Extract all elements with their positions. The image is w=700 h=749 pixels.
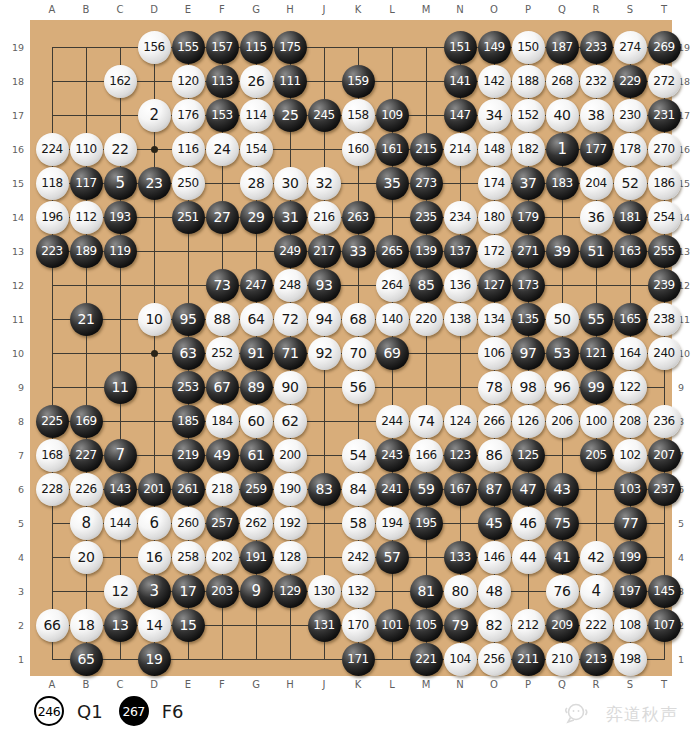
point-Q19: 187: [545, 30, 579, 64]
point-H4: 128: [273, 540, 307, 574]
point-L14: [375, 200, 409, 234]
point-C8: [103, 404, 137, 438]
point-P13: 271: [511, 234, 545, 268]
stone-black-165-S11: 165: [614, 303, 647, 336]
stone-black-147-N17: 147: [444, 99, 477, 132]
stone-black-127-O12: 127: [478, 269, 511, 302]
point-F7: 49: [205, 438, 239, 472]
point-C15: 5: [103, 166, 137, 200]
point-L9: [375, 370, 409, 404]
stone-white-230-S17: 230: [614, 99, 647, 132]
point-K5: 58: [341, 506, 375, 540]
stone-white-74-M8: 74: [410, 405, 443, 438]
col-label-E: E: [171, 4, 205, 15]
point-C13: 119: [103, 234, 137, 268]
hoshi-D16: [151, 146, 158, 153]
stone-white-216-J14: 216: [308, 201, 341, 234]
point-P1: 211: [511, 642, 545, 676]
point-S13: 163: [613, 234, 647, 268]
point-F12: 73: [205, 268, 239, 302]
point-K12: [341, 268, 375, 302]
stone-white-250-E15: 250: [172, 167, 205, 200]
stone-black-137-N13: 137: [444, 235, 477, 268]
stone-black-199-S4: 199: [614, 541, 647, 574]
stone-black-21-B11: 21: [70, 303, 103, 336]
point-T11: 238: [647, 302, 681, 336]
point-M17: [409, 98, 443, 132]
stone-black-153-F17: 153: [206, 99, 239, 132]
point-D13: [137, 234, 171, 268]
point-M5: 195: [409, 506, 443, 540]
stone-black-9-G3: 9: [240, 575, 273, 608]
col-label-F: F: [205, 679, 239, 690]
stone-black-119-C13: 119: [104, 235, 137, 268]
point-M9: [409, 370, 443, 404]
hoshi-D10: [151, 350, 158, 357]
point-A9: [35, 370, 69, 404]
point-C2: 13: [103, 608, 137, 642]
point-Q10: 53: [545, 336, 579, 370]
stone-black-211-P1: 211: [512, 643, 545, 676]
annotation-246: 246Q1: [34, 696, 103, 726]
point-H11: 72: [273, 302, 307, 336]
point-O16: 148: [477, 132, 511, 166]
col-label-S: S: [613, 4, 647, 15]
stone-black-15-E2: 15: [172, 609, 205, 642]
stone-black-83-J6: 83: [308, 473, 341, 506]
stone-white-2-D17: 2: [138, 99, 171, 132]
stone-black-201-D6: 201: [138, 473, 171, 506]
point-G15: 28: [239, 166, 273, 200]
point-T9: [647, 370, 681, 404]
point-J14: 216: [307, 200, 341, 234]
col-label-H: H: [273, 679, 307, 690]
point-M15: 273: [409, 166, 443, 200]
stone-white-64-G11: 64: [240, 303, 273, 336]
stone-black-157-F19: 157: [206, 31, 239, 64]
stone-black-53-Q10: 53: [546, 337, 579, 370]
point-H8: 62: [273, 404, 307, 438]
stone-black-181-S14: 181: [614, 201, 647, 234]
point-L11: 140: [375, 302, 409, 336]
point-N15: [443, 166, 477, 200]
stone-white-36-R14: 36: [580, 201, 613, 234]
point-E10: 63: [171, 336, 205, 370]
row-label-2: 2: [6, 608, 26, 642]
stone-white-10-D11: 10: [138, 303, 171, 336]
point-H12: 248: [273, 268, 307, 302]
point-D9: [137, 370, 171, 404]
stone-black-107-T2: 107: [648, 609, 681, 642]
point-O5: 45: [477, 506, 511, 540]
point-D14: [137, 200, 171, 234]
stone-white-110-B16: 110: [70, 133, 103, 166]
point-K8: [341, 404, 375, 438]
stone-white-28-G15: 28: [240, 167, 273, 200]
point-R13: 51: [579, 234, 613, 268]
point-R1: 213: [579, 642, 613, 676]
row-label-8: 8: [6, 404, 26, 438]
point-J4: [307, 540, 341, 574]
point-K9: 56: [341, 370, 375, 404]
col-label-E: E: [171, 679, 205, 690]
point-P3: [511, 574, 545, 608]
point-K1: 171: [341, 642, 375, 676]
point-O15: 174: [477, 166, 511, 200]
stone-white-58-K5: 58: [342, 507, 375, 540]
point-J1: [307, 642, 341, 676]
stone-white-68-K11: 68: [342, 303, 375, 336]
point-N12: 136: [443, 268, 477, 302]
point-N13: 137: [443, 234, 477, 268]
stone-black-33-K13: 33: [342, 235, 375, 268]
stone-black-177-R16: 177: [580, 133, 613, 166]
stone-black-135-P11: 135: [512, 303, 545, 336]
point-E18: 120: [171, 64, 205, 98]
row-label-5: 5: [6, 506, 26, 540]
point-T7: 207: [647, 438, 681, 472]
point-F5: 257: [205, 506, 239, 540]
col-label-G: G: [239, 4, 273, 15]
point-F6: 218: [205, 472, 239, 506]
point-O7: 86: [477, 438, 511, 472]
point-Q15: 183: [545, 166, 579, 200]
col-label-M: M: [409, 4, 443, 15]
stone-white-178-S16: 178: [614, 133, 647, 166]
point-C17: [103, 98, 137, 132]
point-B10: [69, 336, 103, 370]
stone-white-138-N11: 138: [444, 303, 477, 336]
point-Q13: 39: [545, 234, 579, 268]
stone-black-257-F5: 257: [206, 507, 239, 540]
stone-black-5-C15: 5: [104, 167, 137, 200]
point-F8: 184: [205, 404, 239, 438]
point-N9: [443, 370, 477, 404]
stone-white-54-K7: 54: [342, 439, 375, 472]
point-T3: 145: [647, 574, 681, 608]
row-label-18: 18: [6, 64, 26, 98]
point-E17: 176: [171, 98, 205, 132]
point-F13: [205, 234, 239, 268]
point-N14: 234: [443, 200, 477, 234]
point-G5: 262: [239, 506, 273, 540]
point-O13: 172: [477, 234, 511, 268]
stone-black-131-J2: 131: [308, 609, 341, 642]
stone-black-273-M15: 273: [410, 167, 443, 200]
point-A16: 224: [35, 132, 69, 166]
point-E5: 260: [171, 506, 205, 540]
point-K11: 68: [341, 302, 375, 336]
stone-white-66-A2: 66: [36, 609, 69, 642]
stone-white-198-S1: 198: [614, 643, 647, 676]
point-D2: 14: [137, 608, 171, 642]
point-L19: [375, 30, 409, 64]
point-A13: 223: [35, 234, 69, 268]
point-E9: 253: [171, 370, 205, 404]
row-label-13: 13: [6, 234, 26, 268]
point-P6: 47: [511, 472, 545, 506]
point-O12: 127: [477, 268, 511, 302]
stone-black-87-O6: 87: [478, 473, 511, 506]
point-R16: 177: [579, 132, 613, 166]
point-B2: 18: [69, 608, 103, 642]
stone-black-111-H18: 111: [274, 65, 307, 98]
stone-black-63-E10: 63: [172, 337, 205, 370]
point-F14: 27: [205, 200, 239, 234]
point-G18: 26: [239, 64, 273, 98]
stone-black-81-M3: 81: [410, 575, 443, 608]
stone-black-43-Q6: 43: [546, 473, 579, 506]
stone-black-187-Q19: 187: [546, 31, 579, 64]
point-Q3: 76: [545, 574, 579, 608]
stone-black-37-P15: 37: [512, 167, 545, 200]
point-E1: [171, 642, 205, 676]
point-A18: [35, 64, 69, 98]
row-label-6: 6: [6, 472, 26, 506]
point-S14: 181: [613, 200, 647, 234]
stone-white-16-D4: 16: [138, 541, 171, 574]
stone-white-34-O17: 34: [478, 99, 511, 132]
point-D10: [137, 336, 171, 370]
stone-black-213-R1: 213: [580, 643, 613, 676]
stone-white-208-S8: 208: [614, 405, 647, 438]
col-label-B: B: [69, 679, 103, 690]
col-label-H: H: [273, 4, 307, 15]
stone-white-18-B2: 18: [70, 609, 103, 642]
point-L15: 35: [375, 166, 409, 200]
stone-white-42-R4: 42: [580, 541, 613, 574]
stone-white-146-O4: 146: [478, 541, 511, 574]
stone-black-69-L10: 69: [376, 337, 409, 370]
point-S3: 197: [613, 574, 647, 608]
point-S12: [613, 268, 647, 302]
stone-white-102-S7: 102: [614, 439, 647, 472]
stone-white-154-G16: 154: [240, 133, 273, 166]
stone-white-268-Q18: 268: [546, 65, 579, 98]
stone-white-44-P4: 44: [512, 541, 545, 574]
point-R15: 204: [579, 166, 613, 200]
point-C19: [103, 30, 137, 64]
stone-black-247-G12: 247: [240, 269, 273, 302]
point-M2: 105: [409, 608, 443, 642]
row-label-17: 17: [6, 98, 26, 132]
point-T5: [647, 506, 681, 540]
point-D8: [137, 404, 171, 438]
point-C16: 22: [103, 132, 137, 166]
point-M11: 220: [409, 302, 443, 336]
point-N10: [443, 336, 477, 370]
stone-black-125-P7: 125: [512, 439, 545, 472]
stone-black-189-B13: 189: [70, 235, 103, 268]
point-T14: 254: [647, 200, 681, 234]
point-Q17: 40: [545, 98, 579, 132]
stone-black-219-E7: 219: [172, 439, 205, 472]
stone-white-224-A16: 224: [36, 133, 69, 166]
annotation-267: 267F6: [119, 696, 184, 726]
point-K15: [341, 166, 375, 200]
point-J13: 217: [307, 234, 341, 268]
stone-white-236-T8: 236: [648, 405, 681, 438]
point-A1: [35, 642, 69, 676]
col-label-T: T: [647, 4, 681, 15]
stone-black-185-E8: 185: [172, 405, 205, 438]
point-M13: 139: [409, 234, 443, 268]
stone-white-130-J3: 130: [308, 575, 341, 608]
point-K17: 158: [341, 98, 375, 132]
point-P12: 173: [511, 268, 545, 302]
point-P11: 135: [511, 302, 545, 336]
col-label-K: K: [341, 679, 375, 690]
stone-white-26-G18: 26: [240, 65, 273, 98]
stone-white-112-B14: 112: [70, 201, 103, 234]
point-S7: 102: [613, 438, 647, 472]
stone-black-113-F18: 113: [206, 65, 239, 98]
point-P17: 152: [511, 98, 545, 132]
point-G10: 91: [239, 336, 273, 370]
point-H16: [273, 132, 307, 166]
point-K18: 159: [341, 64, 375, 98]
point-H14: 31: [273, 200, 307, 234]
point-F18: 113: [205, 64, 239, 98]
point-R12: [579, 268, 613, 302]
point-M3: 81: [409, 574, 443, 608]
point-J18: [307, 64, 341, 98]
stone-white-82-O2: 82: [478, 609, 511, 642]
point-J5: [307, 506, 341, 540]
point-O3: 48: [477, 574, 511, 608]
point-E4: 258: [171, 540, 205, 574]
point-L8: 244: [375, 404, 409, 438]
stone-white-188-P18: 188: [512, 65, 545, 98]
stone-white-144-C5: 144: [104, 507, 137, 540]
stone-black-173-P12: 173: [512, 269, 545, 302]
stone-black-243-L7: 243: [376, 439, 409, 472]
point-E6: 261: [171, 472, 205, 506]
stone-white-96-Q9: 96: [546, 371, 579, 404]
col-label-N: N: [443, 4, 477, 15]
stone-white-40-Q17: 40: [546, 99, 579, 132]
point-G6: 259: [239, 472, 273, 506]
col-label-J: J: [307, 4, 341, 15]
point-J17: 245: [307, 98, 341, 132]
stone-white-60-G8: 60: [240, 405, 273, 438]
stone-white-108-S2: 108: [614, 609, 647, 642]
stone-white-48-O3: 48: [478, 575, 511, 608]
point-K19: [341, 30, 375, 64]
point-F17: 153: [205, 98, 239, 132]
stone-black-133-N4: 133: [444, 541, 477, 574]
stone-white-262-G5: 262: [240, 507, 273, 540]
stone-black-123-N7: 123: [444, 439, 477, 472]
point-R6: [579, 472, 613, 506]
point-O1: 256: [477, 642, 511, 676]
stone-black-105-M2: 105: [410, 609, 443, 642]
stone-black-209-Q2: 209: [546, 609, 579, 642]
point-F10: 252: [205, 336, 239, 370]
ko-annotation-caption: 246Q1267F6: [34, 694, 183, 728]
point-J11: 94: [307, 302, 341, 336]
point-B16: 110: [69, 132, 103, 166]
row-label-3: 3: [6, 574, 26, 608]
kifu-page: ABCDEFGHJKLMNOPQRST ABCDEFGHJKLMNOPQRST …: [0, 0, 700, 749]
stone-black-93-J12: 93: [308, 269, 341, 302]
point-T17: 231: [647, 98, 681, 132]
point-A17: [35, 98, 69, 132]
point-Q4: 41: [545, 540, 579, 574]
stone-black-117-B15: 117: [70, 167, 103, 200]
stone-white-192-H5: 192: [274, 507, 307, 540]
point-N4: 133: [443, 540, 477, 574]
point-E7: 219: [171, 438, 205, 472]
stone-black-59-M6: 59: [410, 473, 443, 506]
stone-black-91-G10: 91: [240, 337, 273, 370]
stone-black-167-N6: 167: [444, 473, 477, 506]
point-P10: 97: [511, 336, 545, 370]
stone-white-172-O13: 172: [478, 235, 511, 268]
point-S9: 122: [613, 370, 647, 404]
point-G2: [239, 608, 273, 642]
row-label-9: 9: [6, 370, 26, 404]
point-M12: 85: [409, 268, 443, 302]
point-M18: [409, 64, 443, 98]
point-A10: [35, 336, 69, 370]
point-B12: [69, 268, 103, 302]
point-A11: [35, 302, 69, 336]
stone-white-186-T15: 186: [648, 167, 681, 200]
row-label-4: 4: [6, 540, 26, 574]
stone-black-255-T13: 255: [648, 235, 681, 268]
stone-white-218-F6: 218: [206, 473, 239, 506]
point-E2: 15: [171, 608, 205, 642]
point-K6: 84: [341, 472, 375, 506]
point-F19: 157: [205, 30, 239, 64]
point-C6: 143: [103, 472, 137, 506]
point-D1: 19: [137, 642, 171, 676]
stone-black-109-L17: 109: [376, 99, 409, 132]
stone-black-175-H19: 175: [274, 31, 307, 64]
stone-white-204-R15: 204: [580, 167, 613, 200]
stone-black-19-D1: 19: [138, 643, 171, 676]
stone-white-6-D5: 6: [138, 507, 171, 540]
point-H1: [273, 642, 307, 676]
point-T2: 107: [647, 608, 681, 642]
point-R10: 121: [579, 336, 613, 370]
point-P16: 182: [511, 132, 545, 166]
stone-black-183-Q15: 183: [546, 167, 579, 200]
stone-black-163-S13: 163: [614, 235, 647, 268]
point-A7: 168: [35, 438, 69, 472]
col-label-O: O: [477, 4, 511, 15]
point-R4: 42: [579, 540, 613, 574]
point-T10: 240: [647, 336, 681, 370]
point-H3: 129: [273, 574, 307, 608]
col-label-S: S: [613, 679, 647, 690]
point-N7: 123: [443, 438, 477, 472]
point-J2: 131: [307, 608, 341, 642]
stone-black-179-P14: 179: [512, 201, 545, 234]
point-Q14: [545, 200, 579, 234]
stone-white-124-N8: 124: [444, 405, 477, 438]
point-D18: [137, 64, 171, 98]
stone-white-232-R18: 232: [580, 65, 613, 98]
col-label-D: D: [137, 679, 171, 690]
point-A8: 225: [35, 404, 69, 438]
point-S17: 230: [613, 98, 647, 132]
point-A14: 196: [35, 200, 69, 234]
stone-white-260-E5: 260: [172, 507, 205, 540]
point-O19: 149: [477, 30, 511, 64]
stone-black-35-L15: 35: [376, 167, 409, 200]
